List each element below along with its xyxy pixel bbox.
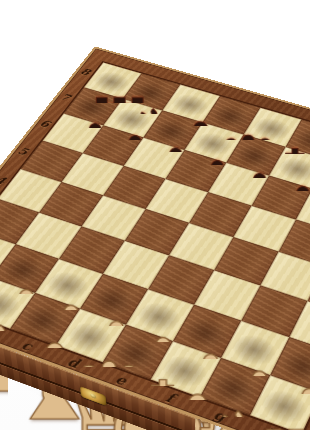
photo-container: ♜♞♝♛♚♝♞♜♟♟♟♟♟♟♟♟♟♟♟♟♟♟♟♟♜♞♝♛♚♝♞♜ abcdefg… [0,0,310,430]
square-g2: ♟ [221,321,289,375]
piece-shadow [253,383,310,430]
square-h2: ♟ [270,337,310,393]
rank-label-8: 8 [74,65,96,78]
chessboard: ♜♞♝♛♚♝♞♜♟♟♟♟♟♟♟♟♟♟♟♟♟♟♟♟♜♞♝♛♚♝♞♜ abcdefg… [0,46,310,430]
